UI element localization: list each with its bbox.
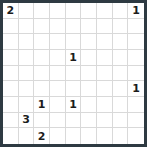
empty-cell-r5c7[interactable]: [113, 81, 129, 97]
empty-cell-r1c5[interactable]: [81, 19, 97, 35]
clue-cell-r0c0: 2: [3, 3, 19, 19]
empty-cell-r0c1[interactable]: [19, 3, 35, 19]
empty-cell-r6c1[interactable]: [19, 97, 35, 113]
empty-cell-r1c1[interactable]: [19, 19, 35, 35]
empty-cell-r2c6[interactable]: [97, 34, 113, 50]
empty-cell-r1c6[interactable]: [97, 19, 113, 35]
empty-cell-r3c8[interactable]: [128, 50, 144, 66]
clue-cell-r3c4: 1: [66, 50, 82, 66]
empty-cell-r6c7[interactable]: [113, 97, 129, 113]
empty-cell-r0c4[interactable]: [66, 3, 82, 19]
empty-cell-r4c6[interactable]: [97, 66, 113, 82]
empty-cell-r6c8[interactable]: [128, 97, 144, 113]
empty-cell-r7c7[interactable]: [113, 113, 129, 129]
empty-cell-r7c6[interactable]: [97, 113, 113, 129]
empty-cell-r2c1[interactable]: [19, 34, 35, 50]
empty-cell-r2c0[interactable]: [3, 34, 19, 50]
clue-cell-r5c8: 1: [128, 81, 144, 97]
empty-cell-r2c5[interactable]: [81, 34, 97, 50]
clue-cell-r0c8: 1: [128, 3, 144, 19]
empty-cell-r8c1[interactable]: [19, 128, 35, 144]
empty-cell-r1c4[interactable]: [66, 19, 82, 35]
empty-cell-r7c2[interactable]: [34, 113, 50, 129]
empty-cell-r6c3[interactable]: [50, 97, 66, 113]
empty-cell-r8c3[interactable]: [50, 128, 66, 144]
empty-cell-r4c7[interactable]: [113, 66, 129, 82]
empty-cell-r5c2[interactable]: [34, 81, 50, 97]
empty-cell-r6c6[interactable]: [97, 97, 113, 113]
empty-cell-r4c4[interactable]: [66, 66, 82, 82]
empty-cell-r3c3[interactable]: [50, 50, 66, 66]
empty-cell-r3c7[interactable]: [113, 50, 129, 66]
empty-cell-r1c0[interactable]: [3, 19, 19, 35]
empty-cell-r4c0[interactable]: [3, 66, 19, 82]
empty-cell-r0c7[interactable]: [113, 3, 129, 19]
empty-cell-r5c0[interactable]: [3, 81, 19, 97]
puzzle-page: 21111132: [0, 0, 150, 150]
empty-cell-r7c3[interactable]: [50, 113, 66, 129]
empty-cell-r5c6[interactable]: [97, 81, 113, 97]
empty-cell-r5c3[interactable]: [50, 81, 66, 97]
clue-cell-r8c2: 2: [34, 128, 50, 144]
empty-cell-r4c1[interactable]: [19, 66, 35, 82]
empty-cell-r1c7[interactable]: [113, 19, 129, 35]
empty-cell-r7c5[interactable]: [81, 113, 97, 129]
empty-cell-r4c2[interactable]: [34, 66, 50, 82]
empty-cell-r0c5[interactable]: [81, 3, 97, 19]
empty-cell-r4c5[interactable]: [81, 66, 97, 82]
empty-cell-r3c6[interactable]: [97, 50, 113, 66]
empty-cell-r1c8[interactable]: [128, 19, 144, 35]
empty-cell-r8c7[interactable]: [113, 128, 129, 144]
empty-cell-r6c5[interactable]: [81, 97, 97, 113]
empty-cell-r4c3[interactable]: [50, 66, 66, 82]
empty-cell-r7c0[interactable]: [3, 113, 19, 129]
empty-cell-r8c5[interactable]: [81, 128, 97, 144]
empty-cell-r8c4[interactable]: [66, 128, 82, 144]
empty-cell-r8c0[interactable]: [3, 128, 19, 144]
clue-cell-r7c1: 3: [19, 113, 35, 129]
empty-cell-r2c3[interactable]: [50, 34, 66, 50]
empty-cell-r2c4[interactable]: [66, 34, 82, 50]
clue-cell-r6c2: 1: [34, 97, 50, 113]
empty-cell-r7c8[interactable]: [128, 113, 144, 129]
empty-cell-r5c1[interactable]: [19, 81, 35, 97]
clue-cell-r6c4: 1: [66, 97, 82, 113]
empty-cell-r2c8[interactable]: [128, 34, 144, 50]
empty-cell-r0c6[interactable]: [97, 3, 113, 19]
empty-cell-r0c2[interactable]: [34, 3, 50, 19]
empty-cell-r5c5[interactable]: [81, 81, 97, 97]
empty-cell-r7c4[interactable]: [66, 113, 82, 129]
empty-cell-r1c3[interactable]: [50, 19, 66, 35]
empty-cell-r3c2[interactable]: [34, 50, 50, 66]
empty-cell-r3c1[interactable]: [19, 50, 35, 66]
empty-cell-r8c8[interactable]: [128, 128, 144, 144]
empty-cell-r5c4[interactable]: [66, 81, 82, 97]
empty-cell-r8c6[interactable]: [97, 128, 113, 144]
empty-cell-r3c5[interactable]: [81, 50, 97, 66]
empty-cell-r2c2[interactable]: [34, 34, 50, 50]
empty-cell-r0c3[interactable]: [50, 3, 66, 19]
empty-cell-r4c8[interactable]: [128, 66, 144, 82]
empty-cell-r6c0[interactable]: [3, 97, 19, 113]
empty-cell-r3c0[interactable]: [3, 50, 19, 66]
empty-cell-r2c7[interactable]: [113, 34, 129, 50]
puzzle-board: 21111132: [0, 0, 147, 147]
empty-cell-r1c2[interactable]: [34, 19, 50, 35]
